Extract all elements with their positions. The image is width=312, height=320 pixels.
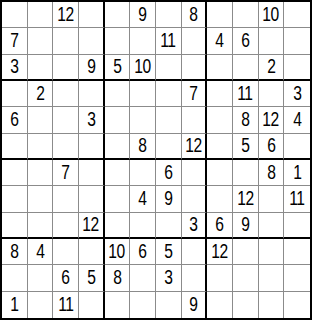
cell-r11c2[interactable] (28, 265, 54, 291)
cell-r2c4[interactable] (79, 28, 105, 54)
given-digit: 12 (185, 135, 202, 156)
cell-r7c8[interactable] (182, 160, 208, 186)
cell-r3c4[interactable]: 9 (79, 55, 105, 81)
cell-r12c4[interactable] (79, 292, 105, 318)
cell-r12c12[interactable] (284, 292, 310, 318)
cell-r10c2[interactable]: 4 (28, 239, 54, 265)
cell-r4c10[interactable]: 11 (233, 81, 259, 107)
cell-r3c6[interactable]: 10 (130, 55, 156, 81)
given-digit: 4 (36, 241, 44, 262)
cell-r11c4[interactable]: 5 (79, 265, 105, 291)
cell-r6c5[interactable] (105, 134, 131, 160)
cell-r5c4[interactable]: 3 (79, 107, 105, 133)
cell-r11c5[interactable]: 8 (105, 265, 131, 291)
given-digit: 1 (10, 294, 18, 315)
cell-r5c9[interactable] (207, 107, 233, 133)
cell-r11c10[interactable] (233, 265, 259, 291)
cell-r6c12[interactable] (284, 134, 310, 160)
cell-r9c9[interactable]: 6 (207, 213, 233, 239)
cell-r9c11[interactable] (259, 213, 285, 239)
cell-r6c1[interactable] (2, 134, 28, 160)
cell-r4c2[interactable]: 2 (28, 81, 54, 107)
given-digit: 3 (87, 109, 95, 130)
given-digit: 8 (10, 241, 18, 262)
cell-r3c1[interactable]: 3 (2, 55, 28, 81)
cell-r4c7[interactable] (156, 81, 182, 107)
cell-r12c3[interactable]: 11 (53, 292, 79, 318)
cell-r11c3[interactable]: 6 (53, 265, 79, 291)
cell-r4c1[interactable] (2, 81, 28, 107)
given-digit: 5 (164, 241, 172, 262)
cell-r1c3[interactable]: 12 (53, 2, 79, 28)
cell-r11c7[interactable]: 3 (156, 265, 182, 291)
cell-r8c5[interactable] (105, 186, 131, 212)
cell-r1c4[interactable] (79, 2, 105, 28)
cell-r4c8[interactable]: 7 (182, 81, 208, 107)
cell-r4c6[interactable] (130, 81, 156, 107)
cell-r10c6[interactable]: 6 (130, 239, 156, 265)
cell-r11c11[interactable] (259, 265, 285, 291)
cell-r10c11[interactable] (259, 239, 285, 265)
cell-r10c7[interactable]: 5 (156, 239, 182, 265)
cell-r10c9[interactable]: 12 (207, 239, 233, 265)
cell-r12c1[interactable]: 1 (2, 292, 28, 318)
cell-r9c1[interactable] (2, 213, 28, 239)
cell-r5c1[interactable]: 6 (2, 107, 28, 133)
given-digit: 8 (267, 162, 275, 183)
cell-r3c7[interactable] (156, 55, 182, 81)
cell-r10c12[interactable] (284, 239, 310, 265)
cell-r8c8[interactable] (182, 186, 208, 212)
cell-r5c12[interactable]: 4 (284, 107, 310, 133)
cell-r1c10[interactable] (233, 2, 259, 28)
given-digit: 6 (62, 267, 70, 288)
cell-r7c11[interactable]: 8 (259, 160, 285, 186)
cell-r1c7[interactable] (156, 2, 182, 28)
given-digit: 3 (189, 214, 197, 235)
cell-r2c10[interactable]: 6 (233, 28, 259, 54)
cell-r3c3[interactable] (53, 55, 79, 81)
cell-r2c9[interactable]: 4 (207, 28, 233, 54)
cell-r10c4[interactable] (79, 239, 105, 265)
cell-r12c10[interactable] (233, 292, 259, 318)
given-digit: 12 (211, 241, 228, 262)
cell-r2c5[interactable] (105, 28, 131, 54)
cell-r9c10[interactable]: 9 (233, 213, 259, 239)
cell-r6c6[interactable]: 8 (130, 134, 156, 160)
given-digit: 8 (113, 267, 121, 288)
cell-r12c6[interactable] (130, 292, 156, 318)
cell-r5c2[interactable] (28, 107, 54, 133)
cell-r6c8[interactable]: 12 (182, 134, 208, 160)
cell-r6c3[interactable] (53, 134, 79, 160)
cell-r9c2[interactable] (28, 213, 54, 239)
cell-r8c12[interactable]: 11 (284, 186, 310, 212)
cell-r8c2[interactable] (28, 186, 54, 212)
given-digit: 10 (263, 4, 280, 25)
cell-r3c9[interactable] (207, 55, 233, 81)
cell-r2c6[interactable] (130, 28, 156, 54)
cell-r7c9[interactable] (207, 160, 233, 186)
given-digit: 7 (10, 30, 18, 51)
cell-r11c12[interactable] (284, 265, 310, 291)
given-digit: 6 (164, 162, 172, 183)
given-digit: 10 (109, 241, 126, 262)
cell-r1c12[interactable] (284, 2, 310, 28)
cell-r10c1[interactable]: 8 (2, 239, 28, 265)
given-digit: 9 (164, 188, 172, 209)
cell-r2c3[interactable] (53, 28, 79, 54)
cell-r6c11[interactable]: 6 (259, 134, 285, 160)
given-digit: 11 (238, 83, 253, 104)
cell-r4c12[interactable]: 3 (284, 81, 310, 107)
given-digit: 12 (237, 188, 254, 209)
cell-r11c9[interactable] (207, 265, 233, 291)
given-digit: 8 (241, 109, 249, 130)
given-digit: 6 (216, 214, 224, 235)
cell-r2c11[interactable] (259, 28, 285, 54)
cell-r8c11[interactable] (259, 186, 285, 212)
cell-r5c11[interactable]: 12 (259, 107, 285, 133)
given-digit: 7 (62, 162, 70, 183)
given-digit: 8 (189, 4, 197, 25)
given-digit: 6 (267, 135, 275, 156)
cell-r1c5[interactable] (105, 2, 131, 28)
cell-r8c3[interactable] (53, 186, 79, 212)
cell-r9c7[interactable] (156, 213, 182, 239)
cell-r6c10[interactable]: 5 (233, 134, 259, 160)
given-digit: 12 (57, 4, 74, 25)
given-digit: 9 (87, 56, 95, 77)
cell-r4c11[interactable] (259, 81, 285, 107)
cell-r3c2[interactable] (28, 55, 54, 81)
given-digit: 9 (139, 4, 147, 25)
cell-r5c5[interactable] (105, 107, 131, 133)
cell-r10c10[interactable] (233, 239, 259, 265)
cell-r5c10[interactable]: 8 (233, 107, 259, 133)
given-digit: 12 (83, 214, 100, 235)
cell-r4c3[interactable] (53, 81, 79, 107)
cell-r1c2[interactable] (28, 2, 54, 28)
given-digit: 9 (189, 294, 197, 315)
cell-r6c7[interactable] (156, 134, 182, 160)
cell-r5c8[interactable] (182, 107, 208, 133)
given-digit: 5 (241, 135, 249, 156)
cell-r1c8[interactable]: 8 (182, 2, 208, 28)
cell-r12c8[interactable]: 9 (182, 292, 208, 318)
cell-r1c11[interactable]: 10 (259, 2, 285, 28)
cell-r11c8[interactable] (182, 265, 208, 291)
given-digit: 10 (134, 56, 151, 77)
cell-r9c6[interactable] (130, 213, 156, 239)
cell-r9c3[interactable] (53, 213, 79, 239)
cell-r8c6[interactable]: 4 (130, 186, 156, 212)
given-digit: 8 (139, 135, 147, 156)
cell-r8c10[interactable]: 12 (233, 186, 259, 212)
cell-r7c12[interactable]: 1 (284, 160, 310, 186)
cell-r7c1[interactable] (2, 160, 28, 186)
cell-r7c2[interactable] (28, 160, 54, 186)
cell-r9c4[interactable]: 12 (79, 213, 105, 239)
cell-r6c9[interactable] (207, 134, 233, 160)
cell-r11c6[interactable] (130, 265, 156, 291)
cell-r7c10[interactable] (233, 160, 259, 186)
cell-r2c12[interactable] (284, 28, 310, 54)
cell-r5c7[interactable] (156, 107, 182, 133)
cell-r1c6[interactable]: 9 (130, 2, 156, 28)
cell-r3c10[interactable] (233, 55, 259, 81)
cell-r7c3[interactable]: 7 (53, 160, 79, 186)
cell-r8c9[interactable] (207, 186, 233, 212)
cell-r3c12[interactable] (284, 55, 310, 81)
given-digit: 4 (139, 188, 147, 209)
cell-r9c5[interactable] (105, 213, 131, 239)
cell-r12c5[interactable] (105, 292, 131, 318)
sudoku-board: 1298107114639510227113638124812567681491… (0, 0, 312, 320)
cell-r9c8[interactable]: 3 (182, 213, 208, 239)
cell-r7c4[interactable] (79, 160, 105, 186)
cell-r5c3[interactable] (53, 107, 79, 133)
given-digit: 11 (289, 188, 304, 209)
given-digit: 7 (189, 83, 197, 104)
cell-r1c1[interactable] (2, 2, 28, 28)
cell-r3c5[interactable]: 5 (105, 55, 131, 81)
cell-r10c3[interactable] (53, 239, 79, 265)
given-digit: 11 (58, 294, 73, 315)
given-digit: 3 (293, 83, 301, 104)
cell-r4c5[interactable] (105, 81, 131, 107)
cell-r7c7[interactable]: 6 (156, 160, 182, 186)
given-digit: 11 (161, 30, 176, 51)
given-digit: 3 (164, 267, 172, 288)
cell-r8c4[interactable] (79, 186, 105, 212)
given-digit: 12 (263, 109, 280, 130)
cell-r2c1[interactable]: 7 (2, 28, 28, 54)
cell-r3c11[interactable]: 2 (259, 55, 285, 81)
given-digit: 4 (293, 109, 301, 130)
cell-r4c4[interactable] (79, 81, 105, 107)
cell-r6c4[interactable] (79, 134, 105, 160)
cell-r2c7[interactable]: 11 (156, 28, 182, 54)
cell-r12c7[interactable] (156, 292, 182, 318)
given-digit: 2 (267, 56, 275, 77)
cell-r5c6[interactable] (130, 107, 156, 133)
cell-r2c2[interactable] (28, 28, 54, 54)
cell-r10c8[interactable] (182, 239, 208, 265)
cell-r6c2[interactable] (28, 134, 54, 160)
cell-r9c12[interactable] (284, 213, 310, 239)
given-digit: 5 (87, 267, 95, 288)
cell-r8c7[interactable]: 9 (156, 186, 182, 212)
cell-r12c9[interactable] (207, 292, 233, 318)
cell-r2c8[interactable] (182, 28, 208, 54)
given-digit: 9 (241, 214, 249, 235)
given-digit: 4 (216, 30, 224, 51)
cell-r12c2[interactable] (28, 292, 54, 318)
given-digit: 6 (241, 30, 249, 51)
given-digit: 6 (139, 241, 147, 262)
given-digit: 5 (113, 56, 121, 77)
given-digit: 3 (10, 56, 18, 77)
cell-r12c11[interactable] (259, 292, 285, 318)
cell-r3c8[interactable] (182, 55, 208, 81)
given-digit: 2 (36, 83, 44, 104)
cell-r11c1[interactable] (2, 265, 28, 291)
cell-r4c9[interactable] (207, 81, 233, 107)
given-digit: 1 (293, 162, 301, 183)
given-digit: 6 (10, 109, 18, 130)
cell-r1c9[interactable] (207, 2, 233, 28)
cell-r10c5[interactable]: 10 (105, 239, 131, 265)
cell-r8c1[interactable] (2, 186, 28, 212)
cell-r7c5[interactable] (105, 160, 131, 186)
cell-r7c6[interactable] (130, 160, 156, 186)
